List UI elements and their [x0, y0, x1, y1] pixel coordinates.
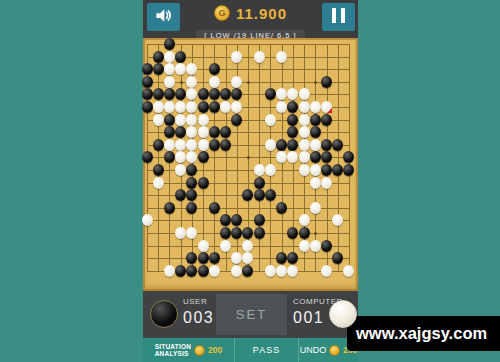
- white-stone: [142, 214, 153, 226]
- white-stone: [231, 76, 242, 88]
- white-stone: [175, 139, 186, 151]
- screenshot-root: G 11.900 [ LOW /19 LINE/ 6.5 ] USER 003 …: [0, 0, 500, 362]
- black-stone: [276, 139, 287, 151]
- black-stone: [321, 139, 332, 151]
- white-stone: [299, 139, 310, 151]
- coin-icon-small: [194, 345, 205, 356]
- white-stone: [299, 164, 310, 176]
- white-stone: [175, 114, 186, 126]
- go-app-window: G 11.900 [ LOW /19 LINE/ 6.5 ] USER 003 …: [143, 0, 358, 362]
- black-stone: [220, 227, 231, 239]
- black-stone: [310, 114, 321, 126]
- white-stone: [164, 139, 175, 151]
- black-stone: [198, 101, 209, 113]
- white-stone: [198, 126, 209, 138]
- white-stone: [198, 139, 209, 151]
- white-stone: [299, 214, 310, 226]
- white-stone: [153, 114, 164, 126]
- white-stone: [321, 177, 332, 189]
- black-stone: [175, 265, 186, 277]
- white-stone: [321, 101, 332, 113]
- black-stone: [242, 265, 253, 277]
- white-stone: [164, 265, 175, 277]
- black-stone: [343, 164, 354, 176]
- user-count: 003: [183, 309, 214, 327]
- white-stone: [310, 101, 321, 113]
- black-stone: [209, 202, 220, 214]
- white-stone: [265, 265, 276, 277]
- star-point: [247, 81, 250, 84]
- set-button[interactable]: SET: [216, 294, 287, 335]
- black-stone: [198, 88, 209, 100]
- white-stone: [164, 51, 175, 63]
- black-stone: [231, 114, 242, 126]
- white-stone: [287, 265, 298, 277]
- white-stone: [220, 240, 231, 252]
- black-stone: [142, 151, 153, 163]
- coin-balance: G 11.900: [183, 3, 318, 23]
- white-stone: [164, 101, 175, 113]
- white-stone: [310, 139, 321, 151]
- black-stone: [142, 88, 153, 100]
- black-stone: [310, 126, 321, 138]
- pause-icon: [330, 8, 348, 27]
- black-stone: [198, 265, 209, 277]
- white-stone: [254, 164, 265, 176]
- white-stone: [265, 114, 276, 126]
- black-stone: [209, 139, 220, 151]
- situation-label-line2: ANALYSIS: [155, 350, 191, 358]
- pause-button[interactable]: [322, 3, 355, 31]
- white-stone: [254, 51, 265, 63]
- action-bar: SITUATION ANALYSIS 200 PASS UNDO 200: [143, 338, 358, 362]
- black-stone: [175, 51, 186, 63]
- white-stone: [231, 51, 242, 63]
- white-stone: [276, 265, 287, 277]
- black-stone: [321, 114, 332, 126]
- black-stone: [186, 265, 197, 277]
- black-stone: [209, 63, 220, 75]
- star-point: [180, 81, 183, 84]
- situation-cost: 200: [208, 345, 222, 355]
- white-stone: [343, 265, 354, 277]
- white-stone: [220, 101, 231, 113]
- white-stone: [276, 51, 287, 63]
- computer-stone-icon: [329, 300, 357, 328]
- black-stone: [299, 227, 310, 239]
- black-stone: [321, 76, 332, 88]
- black-stone: [343, 151, 354, 163]
- white-stone: [186, 114, 197, 126]
- black-stone: [220, 139, 231, 151]
- black-stone: [164, 114, 175, 126]
- coin-icon-small: [329, 345, 340, 356]
- black-stone: [321, 240, 332, 252]
- black-stone: [153, 139, 164, 151]
- white-stone: [209, 265, 220, 277]
- last-move-marker: [327, 108, 332, 113]
- black-stone: [186, 177, 197, 189]
- black-stone: [254, 177, 265, 189]
- situation-analysis-button[interactable]: SITUATION ANALYSIS 200: [143, 338, 235, 362]
- pass-button[interactable]: PASS: [235, 338, 299, 362]
- white-stone: [299, 101, 310, 113]
- white-stone: [164, 76, 175, 88]
- black-stone: [321, 164, 332, 176]
- go-board[interactable]: [143, 38, 358, 291]
- white-stone: [299, 240, 310, 252]
- white-stone: [299, 151, 310, 163]
- undo-label: UNDO: [300, 345, 327, 355]
- white-stone: [265, 139, 276, 151]
- black-stone: [332, 139, 343, 151]
- black-stone: [153, 164, 164, 176]
- white-stone: [153, 177, 164, 189]
- situation-label-line1: SITUATION: [155, 343, 191, 351]
- black-stone: [198, 252, 209, 264]
- user-stone-icon: [150, 300, 178, 328]
- black-stone: [276, 202, 287, 214]
- app-header: G 11.900 [ LOW /19 LINE/ 6.5 ]: [143, 0, 358, 38]
- white-stone: [299, 88, 310, 100]
- black-stone: [209, 126, 220, 138]
- user-label: USER: [183, 297, 214, 306]
- white-stone: [310, 164, 321, 176]
- black-stone: [164, 202, 175, 214]
- black-stone: [254, 227, 265, 239]
- black-stone: [198, 151, 209, 163]
- white-stone: [265, 164, 276, 176]
- watermark: www.xajgsy.com: [347, 316, 500, 351]
- black-stone: [142, 101, 153, 113]
- white-stone: [231, 265, 242, 277]
- black-stone: [254, 189, 265, 201]
- white-stone: [310, 177, 321, 189]
- coin-icon: G: [214, 5, 230, 21]
- white-stone: [198, 114, 209, 126]
- white-stone: [299, 126, 310, 138]
- black-stone: [142, 63, 153, 75]
- white-stone: [310, 240, 321, 252]
- black-stone: [164, 38, 175, 50]
- user-block: USER 003: [183, 297, 214, 327]
- white-stone: [198, 240, 209, 252]
- players-panel: USER 003 SET COMPUTER 001: [143, 291, 358, 338]
- black-stone: [287, 114, 298, 126]
- black-stone: [209, 101, 220, 113]
- black-stone: [153, 51, 164, 63]
- white-stone: [321, 265, 332, 277]
- white-stone: [153, 101, 164, 113]
- white-stone: [310, 202, 321, 214]
- black-stone: [209, 252, 220, 264]
- white-stone: [209, 76, 220, 88]
- black-stone: [198, 177, 209, 189]
- black-stone: [153, 63, 164, 75]
- white-stone: [299, 114, 310, 126]
- black-stone: [142, 76, 153, 88]
- coin-amount: 11.900: [236, 5, 287, 22]
